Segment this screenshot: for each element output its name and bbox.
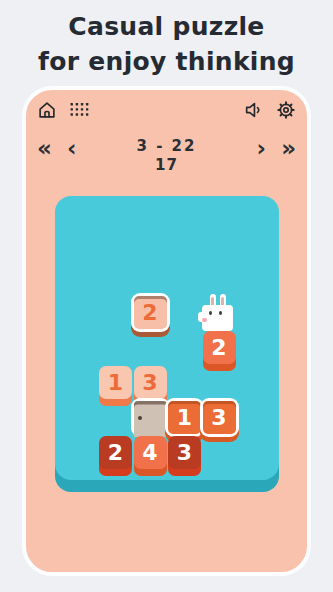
tile-number: 2 [211, 335, 226, 360]
tile-number: 3 [177, 440, 192, 465]
tile-number: 2 [108, 440, 123, 465]
settings-button[interactable] [275, 99, 297, 121]
tile-number: 3 [211, 405, 226, 430]
slotted-tile-3-inner: 3 [203, 401, 236, 434]
tile-number: 1 [108, 370, 123, 395]
title-line-2: for enjoy thinking [0, 44, 333, 79]
sound-icon [243, 99, 265, 121]
goal-slot-2: 2 [131, 293, 170, 332]
game-board: 221313243 [55, 196, 279, 480]
page-title: Casual puzzle for enjoy thinking [0, 9, 333, 79]
level-navigation: « ‹ 3 - 22 17 › » [26, 134, 307, 176]
game-card: « ‹ 3 - 22 17 › » 221313243 [22, 86, 311, 576]
tile-3-pink[interactable]: 3 [134, 366, 167, 399]
tile-2-orange[interactable]: 2 [203, 331, 236, 364]
tile-4-orange[interactable]: 4 [134, 436, 167, 469]
levels-grid-icon [68, 99, 90, 121]
rabbit-eye-left [209, 311, 212, 315]
home-button[interactable] [36, 99, 58, 121]
slotted-tile-1-inner: 1 [168, 401, 201, 434]
rabbit-blush [202, 318, 207, 322]
door-slot-inner [134, 401, 167, 437]
next-level-button[interactable]: › [257, 135, 266, 161]
last-level-button[interactable]: » [281, 135, 296, 161]
sound-button[interactable] [243, 99, 265, 121]
rabbit-character[interactable] [198, 294, 236, 331]
app-screen: Casual puzzle for enjoy thinking [0, 0, 333, 592]
tile-2-red[interactable]: 2 [99, 436, 132, 469]
tile-number: 1 [177, 405, 192, 430]
gear-icon [275, 99, 297, 121]
home-icon [36, 99, 58, 121]
rabbit-eye-right [219, 311, 222, 315]
tile-number: 4 [142, 440, 157, 465]
door-knob-icon [138, 416, 142, 420]
tile-3-red[interactable]: 3 [168, 436, 201, 469]
tile-number: 3 [142, 370, 157, 395]
slotted-tile-3[interactable]: 3 [200, 398, 239, 437]
tile-1-pink[interactable]: 1 [99, 366, 132, 399]
levels-button[interactable] [68, 99, 90, 121]
goal-slot-2-inner: 2 [134, 296, 167, 329]
door-slot [131, 398, 170, 437]
title-line-1: Casual puzzle [0, 9, 333, 44]
tile-number: 2 [142, 300, 157, 325]
slotted-tile-1[interactable]: 1 [165, 398, 204, 437]
